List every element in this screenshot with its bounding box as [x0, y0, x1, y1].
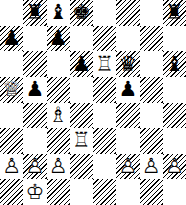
square-b6[interactable]	[23, 51, 46, 77]
square-h1[interactable]	[163, 179, 186, 205]
piece-white-bishop: ♝♗	[47, 103, 70, 128]
square-a1[interactable]	[0, 179, 23, 205]
square-c4[interactable]: ♝♗	[47, 103, 70, 129]
square-c2[interactable]: ♟♙	[47, 154, 70, 180]
square-e6[interactable]: ♜♖	[93, 51, 116, 77]
square-a7[interactable]: ♟	[0, 26, 23, 52]
square-g5[interactable]	[140, 77, 163, 103]
piece-black-pawn: ♟	[0, 26, 23, 51]
piece-white-rook: ♜♖	[93, 52, 116, 77]
square-f3[interactable]	[116, 128, 139, 154]
piece-white-queen: ♛♕	[0, 77, 23, 102]
piece-glyph: ♔	[23, 180, 46, 205]
piece-black-king: ♚	[70, 0, 93, 25]
square-d1[interactable]	[70, 179, 93, 205]
square-g6[interactable]	[140, 51, 163, 77]
piece-black-pawn: ♟	[47, 26, 70, 51]
square-b5[interactable]: ♟	[23, 77, 46, 103]
piece-glyph: ♙	[47, 154, 70, 179]
square-g1[interactable]	[140, 179, 163, 205]
square-c3[interactable]	[47, 128, 70, 154]
piece-glyph: ♙	[116, 154, 139, 179]
square-c7[interactable]: ♟	[47, 26, 70, 52]
piece-glyph: ♙	[140, 154, 163, 179]
piece-white-pawn: ♟♙	[116, 154, 139, 179]
piece-black-rook: ♜	[23, 0, 46, 25]
piece-white-pawn: ♟♙	[163, 154, 186, 179]
square-b8[interactable]: ♜	[23, 0, 46, 26]
square-c5[interactable]	[47, 77, 70, 103]
square-d8[interactable]: ♚	[70, 0, 93, 26]
square-h6[interactable]: ♝	[163, 51, 186, 77]
square-b7[interactable]	[23, 26, 46, 52]
square-f4[interactable]	[116, 103, 139, 129]
piece-black-queen: ♛	[116, 52, 139, 77]
piece-glyph: ♚	[70, 0, 93, 25]
square-c1[interactable]	[47, 179, 70, 205]
square-f1[interactable]	[116, 179, 139, 205]
square-g8[interactable]	[140, 0, 163, 26]
square-e8[interactable]	[93, 0, 116, 26]
square-h5[interactable]	[163, 77, 186, 103]
square-b3[interactable]	[23, 128, 46, 154]
square-h2[interactable]: ♟♙	[163, 154, 186, 180]
square-a2[interactable]: ♟♙	[0, 154, 23, 180]
piece-glyph: ♗	[47, 103, 70, 128]
piece-black-pawn: ♟	[23, 77, 46, 102]
piece-white-pawn: ♟♙	[23, 154, 46, 179]
square-f7[interactable]	[116, 26, 139, 52]
piece-glyph: ♟	[70, 52, 93, 77]
chess-board: ♜♝♚♜♟♟♟♜♖♛♝♛♕♟♟♝♗♜♖♟♙♟♙♟♙♟♙♟♙♟♙♚♔	[0, 0, 186, 205]
piece-glyph: ♟	[23, 77, 46, 102]
square-g7[interactable]	[140, 26, 163, 52]
square-e7[interactable]	[93, 26, 116, 52]
piece-white-pawn: ♟♙	[140, 154, 163, 179]
piece-glyph: ♙	[163, 154, 186, 179]
piece-black-bishop: ♝	[163, 52, 186, 77]
piece-glyph: ♙	[0, 154, 23, 179]
piece-white-king: ♚♔	[23, 180, 46, 205]
piece-white-rook: ♜♖	[70, 128, 93, 153]
piece-glyph: ♕	[0, 77, 23, 102]
square-d3[interactable]: ♜♖	[70, 128, 93, 154]
square-e3[interactable]	[93, 128, 116, 154]
square-a3[interactable]	[0, 128, 23, 154]
square-a8[interactable]	[0, 0, 23, 26]
square-e5[interactable]	[93, 77, 116, 103]
piece-white-pawn: ♟♙	[47, 154, 70, 179]
piece-glyph: ♟	[116, 77, 139, 102]
square-g2[interactable]: ♟♙	[140, 154, 163, 180]
square-h8[interactable]: ♜	[163, 0, 186, 26]
piece-black-rook: ♜	[163, 0, 186, 25]
square-f6[interactable]: ♛	[116, 51, 139, 77]
square-g4[interactable]	[140, 103, 163, 129]
square-g3[interactable]	[140, 128, 163, 154]
piece-glyph: ♖	[70, 128, 93, 153]
square-d7[interactable]	[70, 26, 93, 52]
square-f2[interactable]: ♟♙	[116, 154, 139, 180]
piece-black-bishop: ♝	[47, 0, 70, 25]
square-d5[interactable]	[70, 77, 93, 103]
square-e1[interactable]	[93, 179, 116, 205]
square-c8[interactable]: ♝	[47, 0, 70, 26]
square-h7[interactable]	[163, 26, 186, 52]
square-h3[interactable]	[163, 128, 186, 154]
piece-glyph: ♖	[93, 52, 116, 77]
piece-glyph: ♟	[0, 26, 23, 51]
piece-glyph: ♜	[163, 0, 186, 25]
piece-glyph: ♟	[47, 26, 70, 51]
piece-glyph: ♛	[116, 52, 139, 77]
piece-black-pawn: ♟	[70, 52, 93, 77]
piece-black-pawn: ♟	[116, 77, 139, 102]
square-b2[interactable]: ♟♙	[23, 154, 46, 180]
square-d6[interactable]: ♟	[70, 51, 93, 77]
square-d2[interactable]	[70, 154, 93, 180]
piece-glyph: ♜	[23, 0, 46, 25]
square-c6[interactable]	[47, 51, 70, 77]
square-a6[interactable]	[0, 51, 23, 77]
square-a5[interactable]: ♛♕	[0, 77, 23, 103]
piece-white-pawn: ♟♙	[0, 154, 23, 179]
square-f8[interactable]	[116, 0, 139, 26]
square-f5[interactable]: ♟	[116, 77, 139, 103]
square-b4[interactable]	[23, 103, 46, 129]
square-a4[interactable]	[0, 103, 23, 129]
piece-glyph: ♝	[163, 52, 186, 77]
square-h4[interactable]	[163, 103, 186, 129]
square-e4[interactable]	[93, 103, 116, 129]
piece-glyph: ♝	[47, 0, 70, 25]
piece-glyph: ♙	[23, 154, 46, 179]
square-b1[interactable]: ♚♔	[23, 179, 46, 205]
square-e2[interactable]	[93, 154, 116, 180]
square-d4[interactable]	[70, 103, 93, 129]
